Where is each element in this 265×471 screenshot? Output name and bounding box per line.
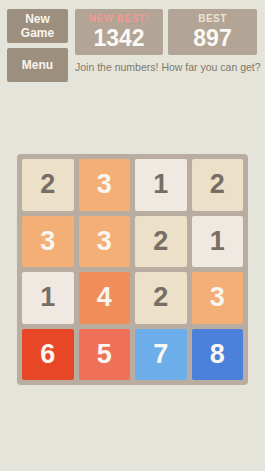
tagline: Join the numbers! How far you can get? <box>75 61 257 73</box>
new-game-button[interactable]: New Game <box>7 9 68 43</box>
tile-r4c1: 6 <box>22 329 74 381</box>
tile-r1c2: 3 <box>79 159 131 211</box>
tile-r4c2: 5 <box>79 329 131 381</box>
tile-r2c3: 2 <box>135 216 187 268</box>
tile-r1c1: 2 <box>22 159 74 211</box>
tile-r2c4: 1 <box>192 216 244 268</box>
current-score-box: NEW BEST! 1342 <box>75 9 163 55</box>
game-board[interactable]: 2312332114236578 <box>17 154 248 385</box>
tile-r1c4: 2 <box>192 159 244 211</box>
best-score-value: 897 <box>193 27 231 50</box>
tile-r3c1: 1 <box>22 272 74 324</box>
tile-r3c4: 3 <box>192 272 244 324</box>
best-label: BEST <box>198 14 227 24</box>
tile-r1c3: 1 <box>135 159 187 211</box>
best-score-box: BEST 897 <box>168 9 257 55</box>
new-best-label: NEW BEST! <box>89 14 150 24</box>
tile-r3c3: 2 <box>135 272 187 324</box>
tile-r2c1: 3 <box>22 216 74 268</box>
tile-r4c4: 8 <box>192 329 244 381</box>
current-score-value: 1342 <box>93 27 144 50</box>
tile-r3c2: 4 <box>79 272 131 324</box>
tile-r2c2: 3 <box>79 216 131 268</box>
menu-button[interactable]: Menu <box>7 48 68 82</box>
tile-r4c3: 7 <box>135 329 187 381</box>
